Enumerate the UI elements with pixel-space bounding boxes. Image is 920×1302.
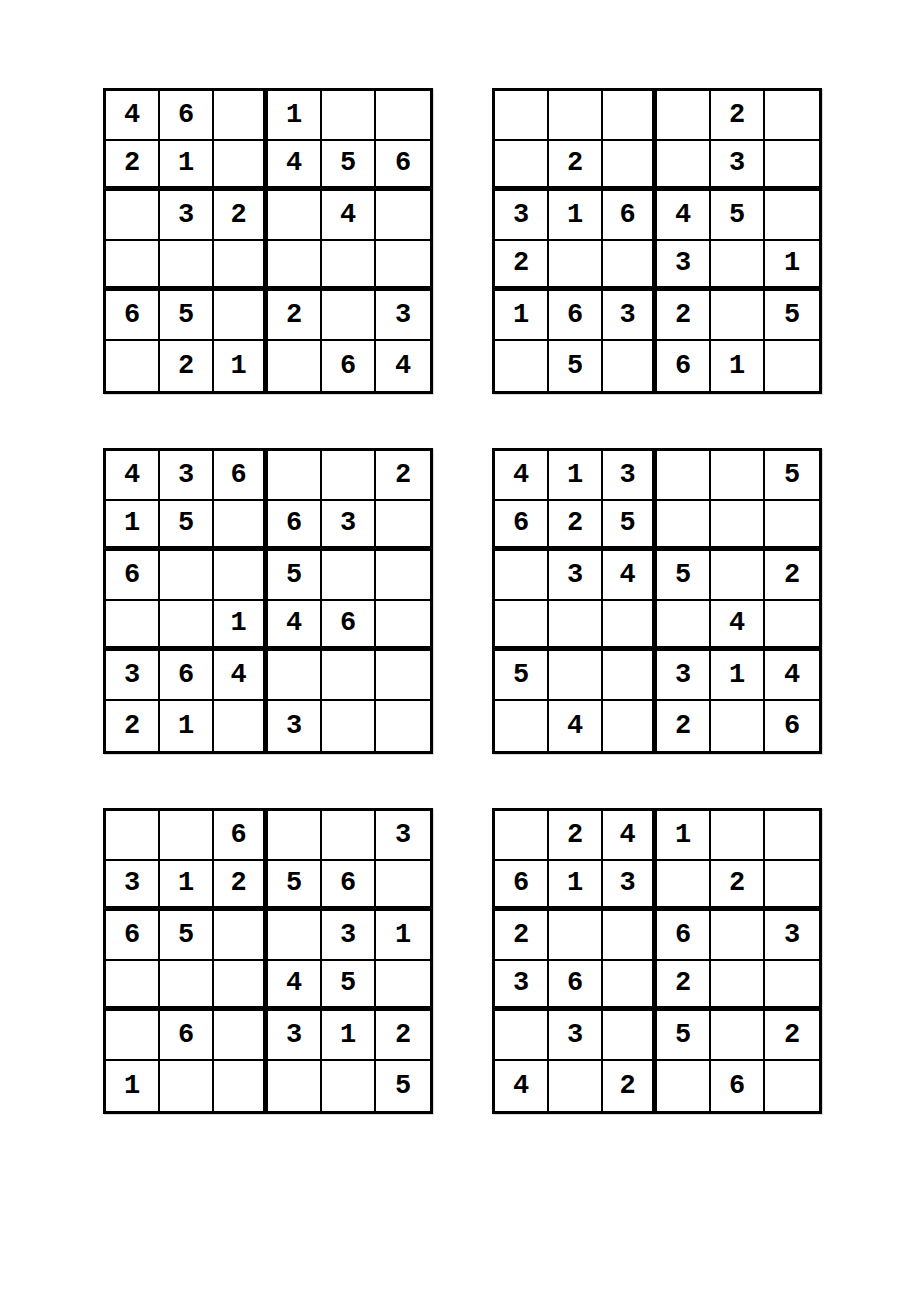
puzzle6-cell-r5c5-empty[interactable] <box>711 1011 765 1061</box>
puzzle4-cell-r6c6-given[interactable]: 6 <box>765 701 819 751</box>
puzzle4-cell-r4c2-empty[interactable] <box>549 601 603 651</box>
puzzle2-cell-r6c2-given[interactable]: 5 <box>549 341 603 391</box>
puzzle4-cell-r4c3-empty[interactable] <box>603 601 657 651</box>
puzzle3-cell-r1c1-given[interactable]: 4 <box>106 451 160 501</box>
puzzle1-cell-r5c1-given[interactable]: 6 <box>106 291 160 341</box>
puzzle2-cell-r4c4-given[interactable]: 3 <box>657 241 711 291</box>
puzzle1-cell-r3c2-given[interactable]: 3 <box>160 191 214 241</box>
puzzle6-cell-r1c5-empty[interactable] <box>711 811 765 861</box>
puzzle2-cell-r5c5-empty[interactable] <box>711 291 765 341</box>
sudoku-board-4: 4135625345245314426 <box>492 448 822 754</box>
puzzle6-cell-r3c6-given[interactable]: 3 <box>765 911 819 961</box>
puzzle5-cell-r2c3-given[interactable]: 2 <box>214 861 268 911</box>
puzzle5-cell-r4c4-given[interactable]: 4 <box>268 961 322 1011</box>
puzzle1-cell-r5c4-given[interactable]: 2 <box>268 291 322 341</box>
puzzle1-cell-r6c2-given[interactable]: 2 <box>160 341 214 391</box>
puzzle4-cell-r5c1-given[interactable]: 5 <box>495 651 549 701</box>
puzzle4-cell-r1c4-empty[interactable] <box>657 451 711 501</box>
puzzle6-cell-r3c4-given[interactable]: 6 <box>657 911 711 961</box>
puzzle2-cell-r1c6-empty[interactable] <box>765 91 819 141</box>
puzzle2-cell-r6c5-given[interactable]: 1 <box>711 341 765 391</box>
puzzle6-cell-r2c5-given[interactable]: 2 <box>711 861 765 911</box>
puzzle4-cell-r6c3-empty[interactable] <box>603 701 657 751</box>
puzzle6-cell-r1c1-empty[interactable] <box>495 811 549 861</box>
puzzle3-cell-r3c2-empty[interactable] <box>160 551 214 601</box>
puzzle6-cell-r3c3-empty[interactable] <box>603 911 657 961</box>
puzzle5-cell-r3c3-empty[interactable] <box>214 911 268 961</box>
puzzle5-cell-r4c1-empty[interactable] <box>106 961 160 1011</box>
puzzle2-cell-r3c5-given[interactable]: 5 <box>711 191 765 241</box>
sudoku-board-3: 4362156365146364213 <box>103 448 433 754</box>
puzzle2-cell-r2c1-empty[interactable] <box>495 141 549 191</box>
puzzle3-cell-r5c4-empty[interactable] <box>268 651 322 701</box>
puzzle5-cell-r2c2-given[interactable]: 1 <box>160 861 214 911</box>
puzzle5-cell-r5c2-given[interactable]: 6 <box>160 1011 214 1061</box>
puzzle5-cell-r3c2-given[interactable]: 5 <box>160 911 214 961</box>
puzzle4-cell-r2c3-given[interactable]: 5 <box>603 501 657 551</box>
puzzle4-cell-r3c2-given[interactable]: 3 <box>549 551 603 601</box>
puzzle2-cell-r1c1-empty[interactable] <box>495 91 549 141</box>
puzzle3-cell-r6c4-given[interactable]: 3 <box>268 701 322 751</box>
puzzle2-cell-r1c2-empty[interactable] <box>549 91 603 141</box>
puzzle2-cell-r3c1-given[interactable]: 3 <box>495 191 549 241</box>
puzzle3-cell-r1c3-given[interactable]: 6 <box>214 451 268 501</box>
puzzle4-cell-r2c6-empty[interactable] <box>765 501 819 551</box>
puzzle4-cell-r2c5-empty[interactable] <box>711 501 765 551</box>
puzzle5-cell-r5c1-empty[interactable] <box>106 1011 160 1061</box>
puzzle1-cell-r1c4-given[interactable]: 1 <box>268 91 322 141</box>
puzzle4-cell-r6c5-empty[interactable] <box>711 701 765 751</box>
puzzle3-cell-r2c6-empty[interactable] <box>376 501 430 551</box>
puzzle3-cell-r5c2-given[interactable]: 6 <box>160 651 214 701</box>
puzzle5-cell-r2c4-given[interactable]: 5 <box>268 861 322 911</box>
puzzle4-cell-r5c5-given[interactable]: 1 <box>711 651 765 701</box>
puzzle4-cell-r4c5-given[interactable]: 4 <box>711 601 765 651</box>
puzzle6-cell-r4c2-given[interactable]: 6 <box>549 961 603 1011</box>
puzzle5-cell-r6c5-empty[interactable] <box>322 1061 376 1111</box>
puzzle1-cell-r5c3-empty[interactable] <box>214 291 268 341</box>
puzzle2-cell-r4c5-empty[interactable] <box>711 241 765 291</box>
puzzle5-cell-r1c2-empty[interactable] <box>160 811 214 861</box>
puzzle4-cell-r5c3-empty[interactable] <box>603 651 657 701</box>
puzzle5-cell-r1c4-empty[interactable] <box>268 811 322 861</box>
puzzle4-cell-r1c2-given[interactable]: 1 <box>549 451 603 501</box>
puzzle1-cell-r4c2-empty[interactable] <box>160 241 214 291</box>
puzzle3-cell-r1c5-empty[interactable] <box>322 451 376 501</box>
puzzle1-cell-r2c6-given[interactable]: 6 <box>376 141 430 191</box>
puzzle3-cell-r1c4-empty[interactable] <box>268 451 322 501</box>
puzzle1-cell-r1c1-given[interactable]: 4 <box>106 91 160 141</box>
puzzle2-cell-r2c4-empty[interactable] <box>657 141 711 191</box>
puzzle3-cell-r5c6-empty[interactable] <box>376 651 430 701</box>
puzzle6-cell-r3c5-empty[interactable] <box>711 911 765 961</box>
puzzle1-cell-r5c5-empty[interactable] <box>322 291 376 341</box>
puzzle6-cell-r1c6-empty[interactable] <box>765 811 819 861</box>
puzzle2-cell-r6c6-empty[interactable] <box>765 341 819 391</box>
sudoku-board-1: 4612145632465232164 <box>103 88 433 394</box>
puzzle2-cell-r1c4-empty[interactable] <box>657 91 711 141</box>
puzzle1-cell-r2c4-given[interactable]: 4 <box>268 141 322 191</box>
puzzle3-cell-r3c5-empty[interactable] <box>322 551 376 601</box>
puzzle2-cell-r5c6-given[interactable]: 5 <box>765 291 819 341</box>
puzzle4-cell-r6c1-empty[interactable] <box>495 701 549 751</box>
puzzle6-cell-r2c2-given[interactable]: 1 <box>549 861 603 911</box>
puzzle2-cell-r4c1-given[interactable]: 2 <box>495 241 549 291</box>
puzzle4-cell-r1c5-empty[interactable] <box>711 451 765 501</box>
puzzle5-cell-r1c1-empty[interactable] <box>106 811 160 861</box>
puzzle3-cell-r2c4-given[interactable]: 6 <box>268 501 322 551</box>
puzzle6-cell-r2c1-given[interactable]: 6 <box>495 861 549 911</box>
puzzle5-cell-r2c5-given[interactable]: 6 <box>322 861 376 911</box>
puzzle2-cell-r2c6-empty[interactable] <box>765 141 819 191</box>
puzzle4-cell-r4c4-empty[interactable] <box>657 601 711 651</box>
puzzle2-cell-r3c6-empty[interactable] <box>765 191 819 241</box>
puzzle1-cell-r2c3-empty[interactable] <box>214 141 268 191</box>
puzzle-sheet: 4612145632465232164 2233164523116325561 … <box>0 0 920 1302</box>
puzzle6-cell-r6c5-given[interactable]: 6 <box>711 1061 765 1111</box>
puzzle2-cell-r2c5-given[interactable]: 3 <box>711 141 765 191</box>
puzzle1-cell-r6c6-given[interactable]: 4 <box>376 341 430 391</box>
puzzle1-cell-r4c6-empty[interactable] <box>376 241 430 291</box>
puzzle3-cell-r6c5-empty[interactable] <box>322 701 376 751</box>
puzzle1-cell-r3c4-empty[interactable] <box>268 191 322 241</box>
puzzle4-cell-r6c2-given[interactable]: 4 <box>549 701 603 751</box>
puzzle4-cell-r2c2-given[interactable]: 2 <box>549 501 603 551</box>
puzzle3-cell-r3c6-empty[interactable] <box>376 551 430 601</box>
puzzle4-cell-r3c6-given[interactable]: 2 <box>765 551 819 601</box>
puzzle4-cell-r2c1-given[interactable]: 6 <box>495 501 549 551</box>
puzzle2-cell-r2c2-given[interactable]: 2 <box>549 141 603 191</box>
puzzle3-cell-r6c1-given[interactable]: 2 <box>106 701 160 751</box>
puzzle2-cell-r6c1-empty[interactable] <box>495 341 549 391</box>
puzzle5-cell-r3c6-given[interactable]: 1 <box>376 911 430 961</box>
puzzle6-cell-r2c6-empty[interactable] <box>765 861 819 911</box>
puzzle4-cell-r1c3-given[interactable]: 3 <box>603 451 657 501</box>
puzzle3-cell-r4c5-given[interactable]: 6 <box>322 601 376 651</box>
puzzle4-cell-r4c1-empty[interactable] <box>495 601 549 651</box>
sudoku-board-2: 2233164523116325561 <box>492 88 822 394</box>
puzzle3-cell-r2c2-given[interactable]: 5 <box>160 501 214 551</box>
puzzle1-cell-r6c4-empty[interactable] <box>268 341 322 391</box>
puzzle1-cell-r5c6-given[interactable]: 3 <box>376 291 430 341</box>
puzzle2-cell-r4c2-empty[interactable] <box>549 241 603 291</box>
puzzle1-cell-r3c5-given[interactable]: 4 <box>322 191 376 241</box>
puzzle6-cell-r5c2-given[interactable]: 3 <box>549 1011 603 1061</box>
puzzle6-cell-r4c6-empty[interactable] <box>765 961 819 1011</box>
puzzle6-cell-r4c3-empty[interactable] <box>603 961 657 1011</box>
puzzle3-cell-r3c1-given[interactable]: 6 <box>106 551 160 601</box>
puzzle6-cell-r5c3-empty[interactable] <box>603 1011 657 1061</box>
puzzle3-cell-r4c4-given[interactable]: 4 <box>268 601 322 651</box>
puzzle6-cell-r2c3-given[interactable]: 3 <box>603 861 657 911</box>
puzzle3-cell-r4c1-empty[interactable] <box>106 601 160 651</box>
puzzle3-cell-r5c3-given[interactable]: 4 <box>214 651 268 701</box>
puzzle6-cell-r1c2-given[interactable]: 2 <box>549 811 603 861</box>
puzzle1-cell-r2c1-given[interactable]: 2 <box>106 141 160 191</box>
puzzle1-cell-r1c6-empty[interactable] <box>376 91 430 141</box>
puzzle5-cell-r4c6-empty[interactable] <box>376 961 430 1011</box>
puzzle5-cell-r4c2-empty[interactable] <box>160 961 214 1011</box>
puzzle3-cell-r2c1-given[interactable]: 1 <box>106 501 160 551</box>
puzzle6-cell-r4c5-empty[interactable] <box>711 961 765 1011</box>
puzzle3-cell-r3c3-empty[interactable] <box>214 551 268 601</box>
puzzle1-cell-r6c3-given[interactable]: 1 <box>214 341 268 391</box>
puzzle6-cell-r4c4-given[interactable]: 2 <box>657 961 711 1011</box>
puzzle2-cell-r4c3-empty[interactable] <box>603 241 657 291</box>
puzzle1-cell-r1c2-given[interactable]: 6 <box>160 91 214 141</box>
puzzle3-cell-r5c1-given[interactable]: 3 <box>106 651 160 701</box>
puzzle5-cell-r3c4-empty[interactable] <box>268 911 322 961</box>
puzzle2-cell-r6c3-empty[interactable] <box>603 341 657 391</box>
puzzle1-cell-r4c3-empty[interactable] <box>214 241 268 291</box>
puzzle5-cell-r5c4-given[interactable]: 3 <box>268 1011 322 1061</box>
puzzle4-cell-r3c4-given[interactable]: 5 <box>657 551 711 601</box>
puzzle6-cell-r1c4-given[interactable]: 1 <box>657 811 711 861</box>
puzzle1-cell-r4c1-empty[interactable] <box>106 241 160 291</box>
puzzle3-cell-r1c6-given[interactable]: 2 <box>376 451 430 501</box>
puzzle2-cell-r4c6-given[interactable]: 1 <box>765 241 819 291</box>
sudoku-board-5: 6331256653145631215 <box>103 808 433 1114</box>
puzzle3-cell-r4c6-empty[interactable] <box>376 601 430 651</box>
puzzle6-cell-r5c4-given[interactable]: 5 <box>657 1011 711 1061</box>
puzzle6-cell-r6c2-empty[interactable] <box>549 1061 603 1111</box>
puzzle5-cell-r2c6-empty[interactable] <box>376 861 430 911</box>
puzzle1-cell-r2c5-given[interactable]: 5 <box>322 141 376 191</box>
puzzle5-cell-r4c3-empty[interactable] <box>214 961 268 1011</box>
puzzle1-cell-r1c5-empty[interactable] <box>322 91 376 141</box>
puzzle5-cell-r1c6-given[interactable]: 3 <box>376 811 430 861</box>
puzzle1-cell-r6c1-empty[interactable] <box>106 341 160 391</box>
puzzle6-cell-r6c4-empty[interactable] <box>657 1061 711 1111</box>
puzzle4-cell-r1c6-given[interactable]: 5 <box>765 451 819 501</box>
puzzle3-cell-r1c2-given[interactable]: 3 <box>160 451 214 501</box>
puzzle5-cell-r2c1-given[interactable]: 3 <box>106 861 160 911</box>
puzzle1-cell-r3c6-empty[interactable] <box>376 191 430 241</box>
puzzle4-cell-r4c6-empty[interactable] <box>765 601 819 651</box>
puzzle1-cell-r6c5-given[interactable]: 6 <box>322 341 376 391</box>
puzzle6-cell-r6c6-empty[interactable] <box>765 1061 819 1111</box>
puzzle6-cell-r3c2-empty[interactable] <box>549 911 603 961</box>
puzzle6-cell-r6c3-given[interactable]: 2 <box>603 1061 657 1111</box>
puzzle4-cell-r1c1-given[interactable]: 4 <box>495 451 549 501</box>
puzzle4-cell-r3c1-empty[interactable] <box>495 551 549 601</box>
puzzle5-cell-r1c5-empty[interactable] <box>322 811 376 861</box>
puzzle2-cell-r5c2-given[interactable]: 6 <box>549 291 603 341</box>
puzzle5-cell-r5c5-given[interactable]: 1 <box>322 1011 376 1061</box>
puzzle5-cell-r5c3-empty[interactable] <box>214 1011 268 1061</box>
puzzle3-cell-r2c3-empty[interactable] <box>214 501 268 551</box>
puzzle4-cell-r3c3-given[interactable]: 4 <box>603 551 657 601</box>
puzzle1-cell-r4c4-empty[interactable] <box>268 241 322 291</box>
puzzle6-cell-r2c4-empty[interactable] <box>657 861 711 911</box>
puzzle5-cell-r6c4-empty[interactable] <box>268 1061 322 1111</box>
puzzle2-cell-r1c3-empty[interactable] <box>603 91 657 141</box>
puzzle1-cell-r2c2-given[interactable]: 1 <box>160 141 214 191</box>
puzzle2-cell-r2c3-empty[interactable] <box>603 141 657 191</box>
puzzle6-cell-r5c6-given[interactable]: 2 <box>765 1011 819 1061</box>
puzzle3-cell-r6c2-given[interactable]: 1 <box>160 701 214 751</box>
puzzle5-cell-r6c3-empty[interactable] <box>214 1061 268 1111</box>
puzzle6-cell-r1c3-given[interactable]: 4 <box>603 811 657 861</box>
puzzle3-cell-r4c3-given[interactable]: 1 <box>214 601 268 651</box>
puzzle1-cell-r5c2-given[interactable]: 5 <box>160 291 214 341</box>
puzzle2-cell-r3c3-given[interactable]: 6 <box>603 191 657 241</box>
puzzle2-cell-r5c1-given[interactable]: 1 <box>495 291 549 341</box>
puzzle3-cell-r4c2-empty[interactable] <box>160 601 214 651</box>
puzzle5-cell-r6c6-given[interactable]: 5 <box>376 1061 430 1111</box>
puzzle2-cell-r6c4-given[interactable]: 6 <box>657 341 711 391</box>
puzzle1-cell-r3c3-given[interactable]: 2 <box>214 191 268 241</box>
puzzle4-cell-r5c6-given[interactable]: 4 <box>765 651 819 701</box>
puzzle5-cell-r1c3-given[interactable]: 6 <box>214 811 268 861</box>
puzzle3-cell-r5c5-empty[interactable] <box>322 651 376 701</box>
puzzle3-cell-r6c3-empty[interactable] <box>214 701 268 751</box>
puzzle6-cell-r3c1-given[interactable]: 2 <box>495 911 549 961</box>
puzzle5-cell-r3c5-given[interactable]: 3 <box>322 911 376 961</box>
puzzle5-cell-r3c1-given[interactable]: 6 <box>106 911 160 961</box>
puzzle5-cell-r6c1-given[interactable]: 1 <box>106 1061 160 1111</box>
puzzle4-cell-r5c2-empty[interactable] <box>549 651 603 701</box>
sudoku-board-6: 2416132263362352426 <box>492 808 822 1114</box>
puzzle2-cell-r3c4-given[interactable]: 4 <box>657 191 711 241</box>
puzzle3-cell-r2c5-given[interactable]: 3 <box>322 501 376 551</box>
puzzle6-cell-r6c1-given[interactable]: 4 <box>495 1061 549 1111</box>
puzzle5-cell-r6c2-empty[interactable] <box>160 1061 214 1111</box>
puzzle1-cell-r3c1-empty[interactable] <box>106 191 160 241</box>
puzzle2-cell-r3c2-given[interactable]: 1 <box>549 191 603 241</box>
puzzle2-cell-r5c3-given[interactable]: 3 <box>603 291 657 341</box>
puzzle5-cell-r4c5-given[interactable]: 5 <box>322 961 376 1011</box>
puzzle4-cell-r5c4-given[interactable]: 3 <box>657 651 711 701</box>
puzzle1-cell-r1c3-empty[interactable] <box>214 91 268 141</box>
puzzle1-cell-r4c5-empty[interactable] <box>322 241 376 291</box>
puzzle5-cell-r5c6-given[interactable]: 2 <box>376 1011 430 1061</box>
puzzle2-cell-r5c4-given[interactable]: 2 <box>657 291 711 341</box>
puzzle4-cell-r2c4-empty[interactable] <box>657 501 711 551</box>
puzzle6-cell-r4c1-given[interactable]: 3 <box>495 961 549 1011</box>
puzzle2-cell-r1c5-given[interactable]: 2 <box>711 91 765 141</box>
puzzle3-cell-r3c4-given[interactable]: 5 <box>268 551 322 601</box>
puzzle6-cell-r5c1-empty[interactable] <box>495 1011 549 1061</box>
puzzle4-cell-r6c4-given[interactable]: 2 <box>657 701 711 751</box>
puzzle4-cell-r3c5-empty[interactable] <box>711 551 765 601</box>
puzzle3-cell-r6c6-empty[interactable] <box>376 701 430 751</box>
